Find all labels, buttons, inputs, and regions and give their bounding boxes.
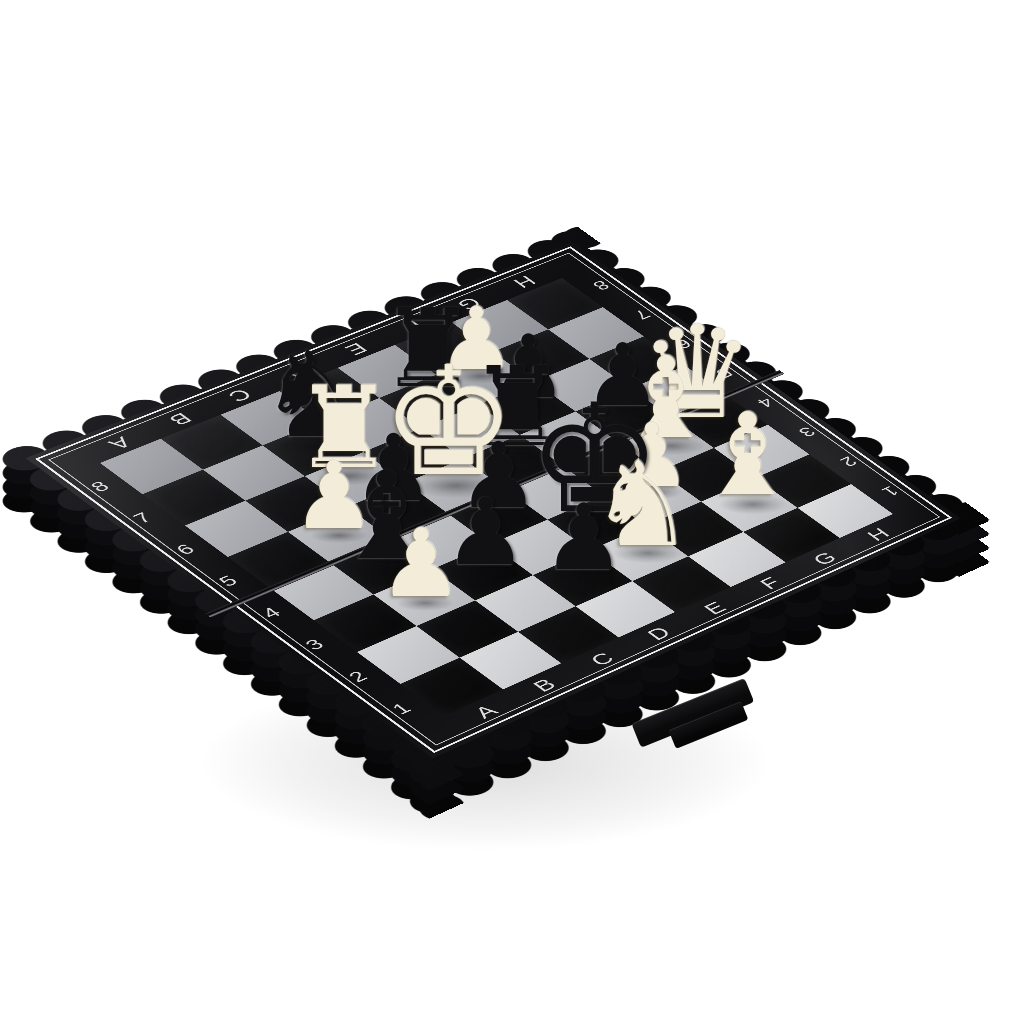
pieces-layer: ♟♜♟♟♛♞♝♜♜♚♟♝♟♟♚♟♞♝♟♟♟ bbox=[0, 0, 1024, 1024]
piece-white-pawn-b3[interactable]: ♟ bbox=[378, 516, 463, 610]
piece-white-bishop-g2[interactable]: ♝ bbox=[697, 400, 799, 514]
piece-black-pawn-d2[interactable]: ♟ bbox=[542, 492, 624, 584]
product-photo-scene: black folding magnetic travel chess set,… bbox=[0, 0, 1024, 1024]
